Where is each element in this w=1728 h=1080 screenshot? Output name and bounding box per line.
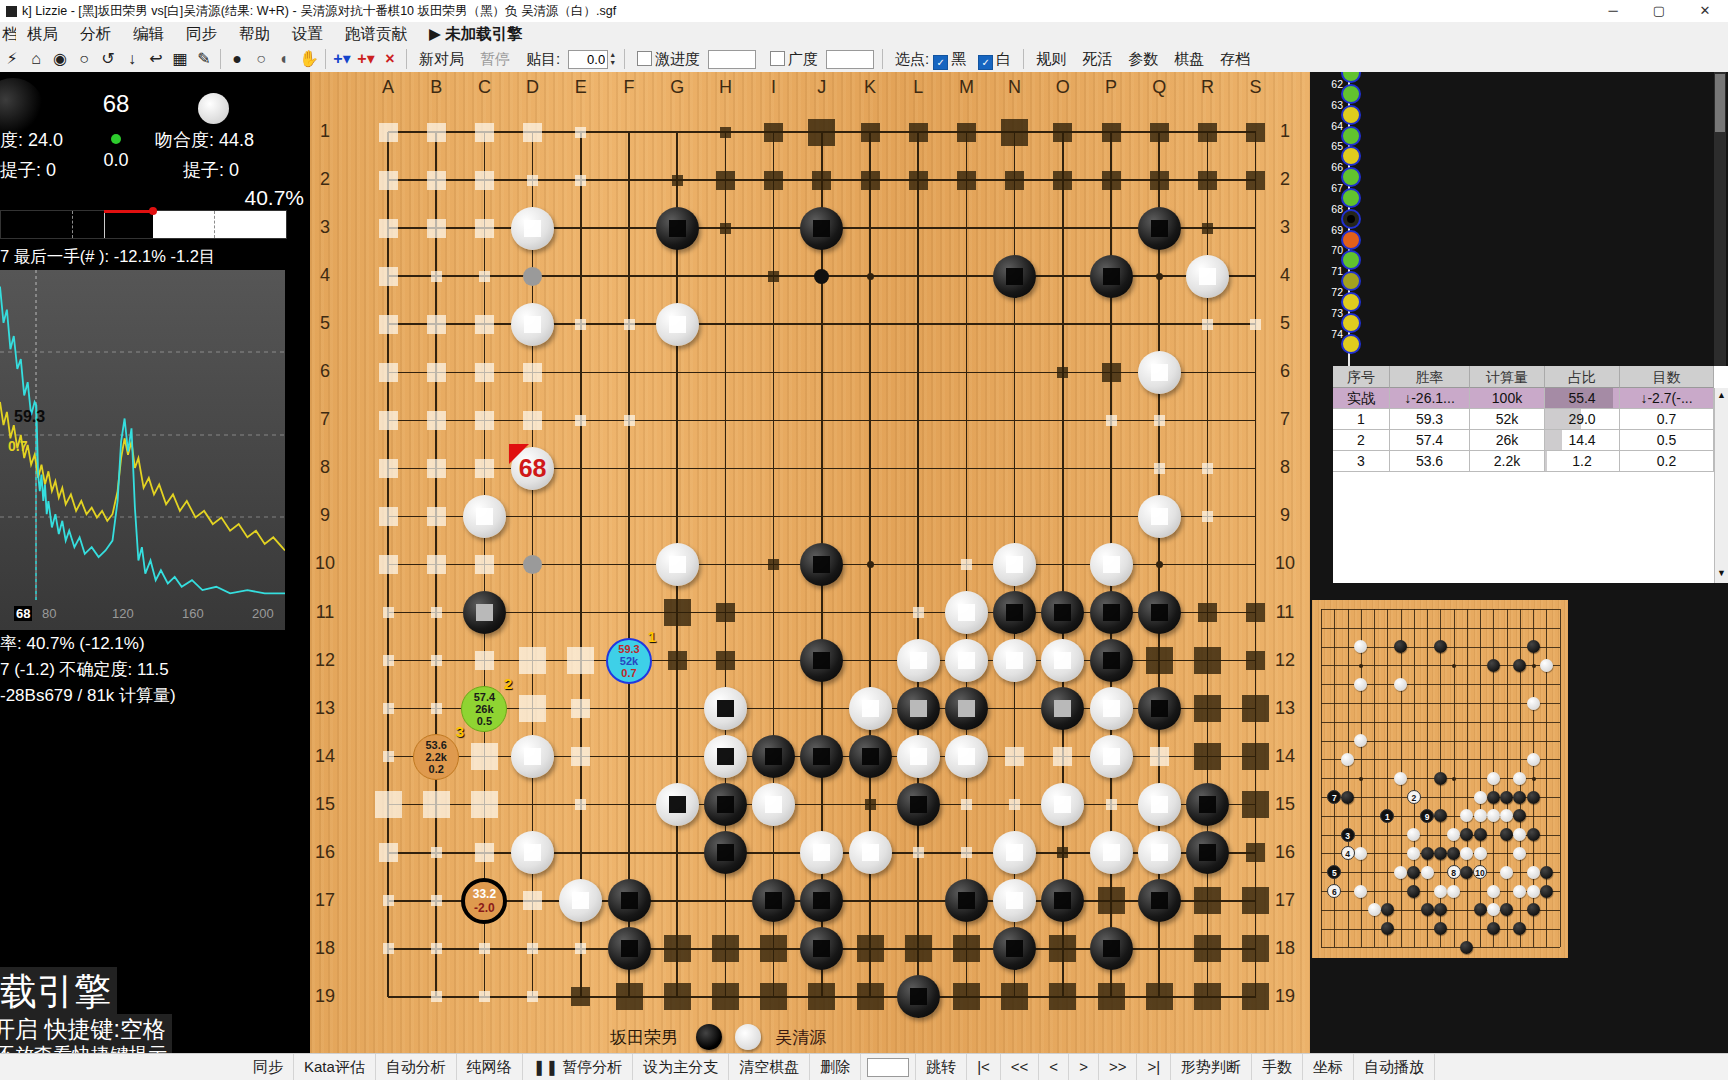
mini-stone [1540, 659, 1553, 672]
left-panel: 68 度: 24.0 吻合度: 44.8 0.0 提子: 0 提子: 0 40.… [0, 72, 310, 1053]
black-stone-L19[interactable] [897, 975, 940, 1018]
ownership-white-mark [1154, 463, 1165, 474]
mini-stone [1513, 659, 1526, 672]
winrate-bar-q3 [214, 211, 215, 238]
nav-move-dot-70[interactable] [1341, 250, 1361, 270]
white-stone-C9[interactable] [463, 495, 506, 538]
bottom-button-自动分析[interactable]: 自动分析 [376, 1054, 457, 1080]
white-stone-Q16[interactable] [1138, 831, 1181, 874]
nav-move-dot-64[interactable] [1341, 126, 1361, 146]
variation-mini-board[interactable]: 12345678910 [1312, 600, 1568, 958]
input-广度[interactable] [826, 50, 874, 69]
table-cell[interactable]: 14.4 [1545, 430, 1620, 451]
mini-stone [1500, 791, 1513, 804]
table-cell[interactable]: 0.2 [1620, 451, 1714, 472]
ownership-white-mark [479, 943, 490, 954]
grid-v-line [1062, 132, 1064, 997]
black-stone-P11[interactable] [1090, 591, 1133, 634]
bottom-button-自动播放[interactable]: 自动播放 [1354, 1054, 1435, 1080]
last-move-corner-triangle [509, 444, 529, 464]
ownership-white-mark [519, 695, 546, 722]
candidate-move-C13[interactable]: 57.426k0.52 [461, 686, 507, 732]
delete-cross-icon[interactable]: × [378, 46, 402, 72]
black-stone-J18[interactable] [800, 927, 843, 970]
black-stone-R15[interactable] [1186, 783, 1229, 826]
stone-ownership-mark [1103, 604, 1120, 621]
mini-stone [1527, 903, 1540, 916]
black-stone-Q3[interactable] [1138, 207, 1181, 250]
lightning-icon[interactable]: ⚡ [0, 46, 24, 72]
stone-ownership-mark [765, 796, 782, 813]
mini-stone [1434, 922, 1447, 935]
graph-x-label-200: 200 [250, 606, 276, 621]
black-stone-I17[interactable] [752, 879, 795, 922]
candidate-stat: 0.5 [462, 715, 506, 727]
black-stone-G3[interactable] [656, 207, 699, 250]
ownership-white-mark [379, 315, 398, 334]
black-stone-H16[interactable] [704, 831, 747, 874]
board-row-label-right-14: 14 [1272, 746, 1298, 767]
stone-ownership-mark [1054, 604, 1071, 621]
ownership-white-mark [427, 411, 446, 430]
mini-stone [1474, 903, 1487, 916]
mini-stone [1421, 866, 1434, 879]
minimize-button[interactable]: ─ [1590, 0, 1636, 22]
nav-move-dot-71[interactable] [1341, 271, 1361, 291]
white-stone-O12[interactable] [1041, 639, 1084, 682]
home-icon[interactable]: ⌂ [24, 46, 48, 72]
nav-scrollbar-thumb[interactable] [1715, 74, 1725, 132]
black-stone-O11[interactable] [1041, 591, 1084, 634]
menu-item-设置[interactable]: 设置 [281, 22, 334, 46]
white-stone-P13[interactable] [1090, 687, 1133, 730]
white-stone-L14[interactable] [897, 735, 940, 778]
mini-hoshi [1359, 664, 1363, 668]
table-header-胜率: 胜率 [1390, 366, 1470, 388]
mini-stone [1513, 922, 1526, 935]
black-stone-tool-icon[interactable]: ● [225, 46, 249, 72]
black-stone-I14[interactable] [752, 735, 795, 778]
undo-icon[interactable]: ↺ [96, 46, 120, 72]
ownership-white-mark [431, 271, 442, 282]
board-row-label-right-17: 17 [1272, 890, 1298, 911]
mini-stone [1447, 847, 1460, 860]
table-cell[interactable]: 53.6 [1390, 451, 1470, 472]
bottom-button->[interactable]: > [1069, 1054, 1099, 1080]
black-stone-J3[interactable] [800, 207, 843, 250]
mini-pv-stone-1: 1 [1380, 809, 1394, 823]
table-cell-text: ↓-26.1... [1390, 388, 1469, 409]
stone-ownership-mark [1151, 796, 1168, 813]
nav-move-dot-61[interactable] [1341, 72, 1361, 83]
nav-move-dot-73[interactable] [1341, 313, 1361, 333]
winrate-graph[interactable]: 59.30.76880120160200 [0, 270, 285, 630]
table-cell[interactable]: 实战 [1333, 388, 1390, 409]
ownership-white-mark [475, 171, 494, 190]
mini-stone [1460, 847, 1473, 860]
white-stone-N12[interactable] [993, 639, 1036, 682]
black-stone-C11[interactable] [463, 591, 506, 634]
ownership-black-mark [1049, 983, 1076, 1010]
menu-item-clipped[interactable]: 档 [0, 22, 16, 46]
white-stone-G15[interactable] [656, 783, 699, 826]
white-stone-G5[interactable] [656, 303, 699, 346]
toolbar-button-棋盘[interactable]: 棋盘 [1166, 50, 1212, 69]
table-cell-text: 26k [1470, 430, 1544, 451]
toolbar-button-存档[interactable]: 存档 [1212, 50, 1258, 69]
ownership-white-mark [379, 363, 398, 382]
table-cell[interactable]: 29.0 [1545, 409, 1620, 430]
black-stone-J17[interactable] [800, 879, 843, 922]
blue-cross-tool-icon[interactable]: +▾ [330, 46, 354, 72]
table-cell[interactable]: 0.5 [1620, 430, 1714, 451]
ownership-black-mark [664, 599, 691, 626]
stone-ownership-mark [524, 316, 541, 333]
bottom-button-纯网络[interactable]: 纯网络 [457, 1054, 523, 1080]
ownership-white-mark [383, 751, 394, 762]
nav-move-label-69: 69 [1310, 224, 1343, 236]
maximize-button[interactable]: ▢ [1636, 0, 1682, 22]
table-cell[interactable]: ↓-2.7(-... [1620, 388, 1714, 409]
mini-stone [1354, 847, 1367, 860]
black-stone-O13[interactable] [1041, 687, 1084, 730]
black-stone-F17[interactable] [608, 879, 651, 922]
board-row-label-right-18: 18 [1272, 938, 1298, 959]
nav-move-dot-69[interactable] [1341, 230, 1361, 250]
new-game-button[interactable]: 新对局 [411, 50, 472, 69]
check-广度[interactable]: 广度 [762, 49, 826, 69]
ownership-white-mark [571, 699, 590, 718]
white-stone-O15[interactable] [1041, 783, 1084, 826]
black-stone-P12[interactable] [1090, 639, 1133, 682]
white-stone-E17[interactable] [559, 879, 602, 922]
bottom-button-❚❚ 暂停分析[interactable]: ❚❚ 暂停分析 [523, 1054, 633, 1080]
white-stone-K13[interactable] [849, 687, 892, 730]
komi-label: 贴目: [518, 50, 568, 69]
board-col-label-P: P [1101, 77, 1121, 98]
toolbar-button-规则[interactable]: 规则 [1028, 50, 1074, 69]
down-arrow-icon[interactable]: ↓ [120, 46, 144, 72]
mini-stone [1354, 678, 1367, 691]
black-stone-N11[interactable] [993, 591, 1036, 634]
target-icon[interactable]: ◉ [48, 46, 72, 72]
white-stone-Q6[interactable] [1138, 351, 1181, 394]
pause-button[interactable]: 暂停 [472, 50, 518, 69]
table-cell[interactable]: 2 [1333, 430, 1390, 451]
table-cell[interactable]: 52k [1470, 409, 1545, 430]
stone-ownership-mark [765, 748, 782, 765]
circle-icon[interactable]: ○ [72, 46, 96, 72]
nav-move-dot-74[interactable] [1341, 334, 1361, 354]
nav-move-dot-65[interactable] [1341, 146, 1361, 166]
ownership-white-mark [427, 171, 446, 190]
white-stone-tool-icon[interactable]: ○ [249, 46, 273, 72]
mini-hoshi [1359, 777, 1363, 781]
white-stone-H14[interactable] [704, 735, 747, 778]
komi-input[interactable] [568, 50, 608, 69]
white-stone-D14[interactable] [511, 735, 554, 778]
black-stone-P18[interactable] [1090, 927, 1133, 970]
white-stone-I15[interactable] [752, 783, 795, 826]
black-stone-Q13[interactable] [1138, 687, 1181, 730]
back-icon[interactable]: ↩ [144, 46, 168, 72]
bottom-button-Kata评估[interactable]: Kata评估 [294, 1054, 376, 1080]
white-stone-N10[interactable] [993, 543, 1036, 586]
ownership-black-mark [764, 171, 783, 190]
candidate-move-C17[interactable]: 33.2-2.0 [461, 878, 507, 924]
nav-move-dot-62[interactable] [1341, 84, 1361, 104]
mini-hoshi [1532, 664, 1536, 668]
stone-ownership-mark [862, 748, 879, 765]
white-stone-N17[interactable] [993, 879, 1036, 922]
white-stone-D16[interactable] [511, 831, 554, 874]
checkbox-黑[interactable]: ✓ [933, 55, 948, 70]
table-cell[interactable]: 57.4 [1390, 430, 1470, 451]
ownership-black-mark [953, 935, 980, 962]
menu-item-跑谱贡献[interactable]: 跑谱贡献 [334, 22, 418, 46]
nav-move-dot-67[interactable] [1341, 188, 1361, 208]
half-stone-tool-icon[interactable]: ◐ [273, 46, 297, 72]
ownership-white-mark [961, 799, 972, 810]
nav-move-dot-66[interactable] [1341, 167, 1361, 187]
black-stone-F18[interactable] [608, 927, 651, 970]
mini-stone [1394, 678, 1407, 691]
white-stone-P16[interactable] [1090, 831, 1133, 874]
white-stone-D3[interactable] [511, 207, 554, 250]
black-stone-J12[interactable] [800, 639, 843, 682]
bottom-toolbar: 同步Kata评估自动分析纯网络❚❚ 暂停分析设为主分支清空棋盘删除跳转|<<<<… [0, 1053, 1728, 1080]
candidate-rank: 3 [456, 723, 464, 740]
checkbox-白[interactable]: ✓ [978, 55, 993, 70]
black-stone-L15[interactable] [897, 783, 940, 826]
menu-item-帮助[interactable]: 帮助 [228, 22, 281, 46]
mini-stone [1513, 791, 1526, 804]
black-stone-H15[interactable] [704, 783, 747, 826]
black-stone-R16[interactable] [1186, 831, 1229, 874]
stone-ownership-mark [1199, 268, 1216, 285]
mini-stone [1407, 885, 1420, 898]
hand-tool-icon[interactable]: ✋ [297, 46, 321, 72]
checkbox-激进度[interactable] [637, 51, 652, 66]
checkbox-广度[interactable] [770, 51, 785, 66]
stone-ownership-mark [1006, 604, 1023, 621]
menubar: 档棋局分析编辑同步帮助设置跑谱贡献▶ 未加载引擎 [0, 22, 1728, 46]
mini-pv-stone-8: 8 [1447, 865, 1461, 879]
mini-pv-stone-6: 6 [1327, 884, 1341, 898]
black-stone-P4[interactable] [1090, 255, 1133, 298]
table-cell[interactable]: 2.2k [1470, 451, 1545, 472]
pencil-icon[interactable]: ✎ [192, 46, 216, 72]
ownership-white-mark [475, 315, 494, 334]
black-stone-K14[interactable] [849, 735, 892, 778]
graph-x-label-68: 68 [14, 606, 32, 621]
jump-move-input[interactable] [867, 1058, 909, 1077]
ownership-black-mark [760, 935, 787, 962]
bottom-button-删除[interactable]: 删除 [810, 1054, 861, 1080]
mini-stone [1527, 828, 1540, 841]
mini-stone [1368, 903, 1381, 916]
bottom-button-设为主分支[interactable]: 设为主分支 [633, 1054, 729, 1080]
table-cell[interactable]: 26k [1470, 430, 1545, 451]
candidate-move-B14[interactable]: 53.62.2k0.23 [413, 734, 459, 780]
check-激进度[interactable]: 激进度 [629, 49, 708, 69]
mini-stone [1341, 753, 1354, 766]
black-stone-L13[interactable] [897, 687, 940, 730]
bottom-button-形势判断[interactable]: 形势判断 [1171, 1054, 1252, 1080]
board-grid-icon[interactable]: ▦ [168, 46, 192, 72]
mini-stone [1500, 866, 1513, 879]
white-stone-Q15[interactable] [1138, 783, 1181, 826]
mini-stone [1527, 885, 1540, 898]
ownership-black-mark [720, 223, 731, 234]
nav-move-label-63: 63 [1310, 99, 1343, 111]
ownership-black-mark [1242, 887, 1269, 914]
bottom-button-<<[interactable]: << [1001, 1054, 1040, 1080]
white-stone-G10[interactable] [656, 543, 699, 586]
nav-move-label-74: 74 [1310, 328, 1343, 340]
table-cell[interactable]: 1 [1333, 409, 1390, 430]
nav-move-dot-72[interactable] [1341, 292, 1361, 312]
bottom-button->|[interactable]: >| [1137, 1054, 1171, 1080]
nav-move-dot-63[interactable] [1341, 105, 1361, 125]
nav-move-dot-68[interactable] [1341, 209, 1361, 229]
white-stone-M14[interactable] [945, 735, 988, 778]
board-row-label-right-9: 9 [1272, 505, 1298, 526]
white-stone-R4[interactable] [1186, 255, 1229, 298]
board-row-label-right-2: 2 [1272, 169, 1298, 190]
bottom-button-|<[interactable]: |< [967, 1054, 1001, 1080]
bottom-button-跳转[interactable]: 跳转 [916, 1054, 967, 1080]
ownership-white-mark [431, 703, 442, 714]
ownership-black-mark [905, 935, 932, 962]
white-stone-H13[interactable] [704, 687, 747, 730]
ownership-white-mark [575, 175, 586, 186]
separator [406, 49, 407, 69]
candidate-stat: 0.7 [608, 667, 650, 679]
table-scroll-down-arrow[interactable]: ▼ [1715, 568, 1728, 578]
board-row-label-left-11: 11 [312, 602, 338, 623]
nav-move-label-64: 64 [1310, 120, 1343, 132]
mini-pv-stone-10: 10 [1473, 865, 1487, 879]
selpoint-白[interactable]: ✓白 [974, 50, 1019, 69]
bottom-button-坐标[interactable]: 坐标 [1303, 1054, 1354, 1080]
white-stone-M11[interactable] [945, 591, 988, 634]
bottom-button-<[interactable]: < [1039, 1054, 1069, 1080]
table-cell[interactable]: 100k [1470, 388, 1545, 409]
bottom-button-手数[interactable]: 手数 [1252, 1054, 1303, 1080]
table-cell-text: 59.3 [1390, 409, 1469, 430]
white-stone-Q9[interactable] [1138, 495, 1181, 538]
selpoint-黑[interactable]: ✓黑 [929, 50, 974, 69]
black-stone-J10[interactable] [800, 543, 843, 586]
black-stone-N18[interactable] [993, 927, 1036, 970]
board-col-label-J: J [812, 77, 832, 98]
stone-ownership-mark [1103, 940, 1120, 957]
white-stone-J16[interactable] [800, 831, 843, 874]
mini-grid-v [1560, 609, 1561, 947]
mini-stone [1474, 809, 1487, 822]
ownership-white-mark [379, 507, 398, 526]
table-cell[interactable]: 3 [1333, 451, 1390, 472]
black-stone-O17[interactable] [1041, 879, 1084, 922]
candidate-move-F12[interactable]: 59.352k0.71 [606, 638, 652, 684]
komi-spinner[interactable]: ▲▼ [609, 51, 616, 67]
ownership-black-mark [957, 123, 976, 142]
white-stone-P10[interactable] [1090, 543, 1133, 586]
ownership-white-mark [431, 607, 442, 618]
move-preview-dot-D4 [523, 267, 542, 286]
bottom-button-同步[interactable]: 同步 [243, 1054, 294, 1080]
mini-stone [1487, 885, 1500, 898]
menu-item-分析[interactable]: 分析 [69, 22, 122, 46]
ownership-black-mark [909, 123, 928, 142]
stone-ownership-mark [1199, 796, 1216, 813]
white-stone-D5[interactable] [511, 303, 554, 346]
ownership-white-mark [575, 415, 586, 426]
black-stone-M13[interactable] [945, 687, 988, 730]
mini-stone [1527, 697, 1540, 710]
ownership-black-mark [1246, 843, 1265, 862]
stone-ownership-mark [1151, 844, 1168, 861]
black-stone-M17[interactable] [945, 879, 988, 922]
mini-stone [1407, 866, 1420, 879]
mini-stone [1460, 809, 1473, 822]
menu-item-同步[interactable]: 同步 [175, 22, 228, 46]
menu-item-编辑[interactable]: 编辑 [122, 22, 175, 46]
white-stone-N16[interactable] [993, 831, 1036, 874]
menu-item-棋局[interactable]: 棋局 [16, 22, 69, 46]
red-cross-tool-icon[interactable]: +▾ [354, 46, 378, 72]
move-nav-panel: 62636465666768697071727374 [1310, 72, 1728, 366]
engine-status[interactable]: ▶ 未加载引擎 [418, 22, 534, 46]
table-cell[interactable]: 59.3 [1390, 409, 1470, 430]
table-cell[interactable]: ↓-26.1... [1390, 388, 1470, 409]
table-cell[interactable]: 1.2 [1545, 451, 1620, 472]
selpoint-label: 选点: [887, 50, 929, 69]
stone-ownership-mark [910, 988, 927, 1005]
table-cell[interactable]: 55.4 [1545, 388, 1620, 409]
bottom-button-清空棋盘[interactable]: 清空棋盘 [729, 1054, 810, 1080]
black-stone-Q11[interactable] [1138, 591, 1181, 634]
white-stone-P14[interactable] [1090, 735, 1133, 778]
mini-stone [1487, 922, 1500, 935]
stone-ownership-mark [813, 844, 830, 861]
ownership-black-mark [812, 171, 831, 190]
bottom-button->>[interactable]: >> [1099, 1054, 1138, 1080]
white-stone-M12[interactable] [945, 639, 988, 682]
black-stone-N4[interactable] [993, 255, 1036, 298]
white-stone-K16[interactable] [849, 831, 892, 874]
board-row-label-left-17: 17 [312, 890, 338, 911]
nav-move-label-66: 66 [1310, 161, 1343, 173]
input-激进度[interactable] [708, 50, 756, 69]
close-button[interactable]: ✕ [1682, 0, 1728, 22]
black-stone-Q17[interactable] [1138, 879, 1181, 922]
stone-ownership-mark [1006, 268, 1023, 285]
table-scroll-up-arrow[interactable]: ▲ [1715, 390, 1728, 400]
toolbar-button-参数[interactable]: 参数 [1120, 50, 1166, 69]
table-scrollbar-track[interactable] [1714, 388, 1728, 583]
ownership-black-mark [1005, 171, 1024, 190]
white-stone-L12[interactable] [897, 639, 940, 682]
table-cell[interactable]: 0.7 [1620, 409, 1714, 430]
ownership-white-mark [383, 703, 394, 714]
black-stone-J14[interactable] [800, 735, 843, 778]
ownership-white-mark [961, 559, 972, 570]
toolbar-button-死活[interactable]: 死活 [1074, 50, 1120, 69]
mini-stone [1354, 640, 1367, 653]
mini-stone [1381, 922, 1394, 935]
